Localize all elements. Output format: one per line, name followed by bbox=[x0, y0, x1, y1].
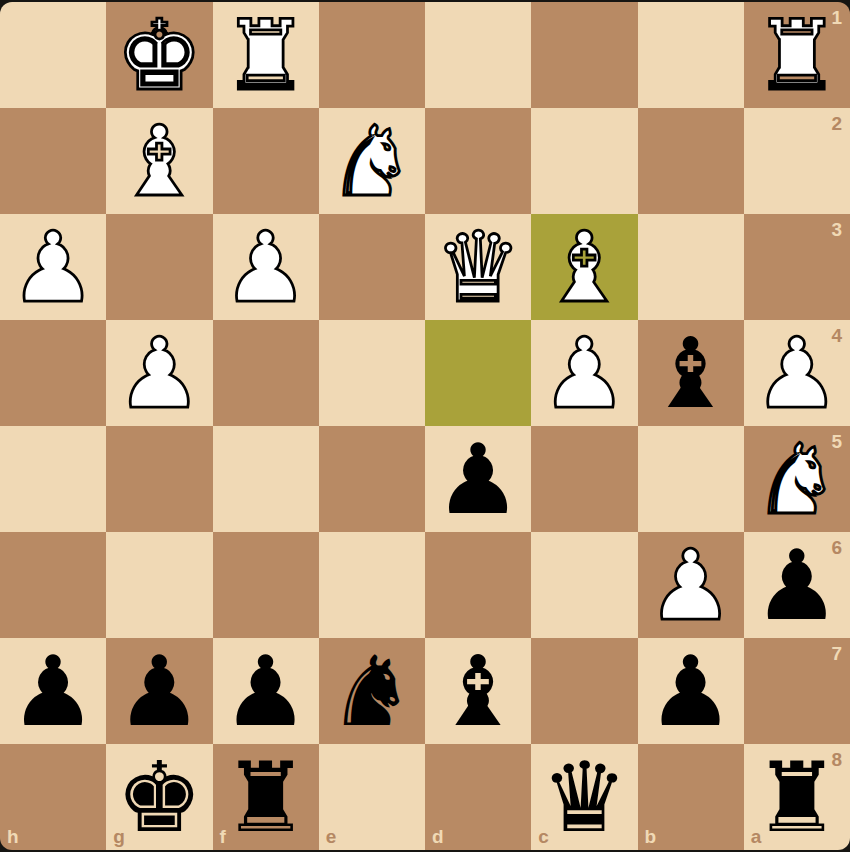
square-h2[interactable] bbox=[0, 108, 106, 214]
square-c5[interactable] bbox=[531, 426, 637, 532]
black-pawn[interactable]: ♟ bbox=[647, 643, 734, 740]
file-label-a: a bbox=[751, 827, 762, 846]
square-g3[interactable] bbox=[106, 214, 212, 320]
square-f1[interactable]: ♜ bbox=[213, 2, 319, 108]
white-king[interactable]: ♚ bbox=[116, 7, 203, 104]
square-a7[interactable]: 7 bbox=[744, 638, 850, 744]
white-knight[interactable]: ♞ bbox=[328, 113, 415, 210]
black-pawn[interactable]: ♟ bbox=[222, 643, 309, 740]
square-h4[interactable] bbox=[0, 320, 106, 426]
square-d6[interactable] bbox=[425, 532, 531, 638]
white-bishop[interactable]: ♝ bbox=[541, 219, 628, 316]
white-bishop[interactable]: ♝ bbox=[116, 113, 203, 210]
chessboard-stage: ♚♜♜1♝♞2♟♟♛♝3♟♟♝♟4♟♞5♟♟6♟♟♟♞♝♟7h♚g♜fed♛cb… bbox=[0, 0, 850, 852]
file-label-e: e bbox=[326, 827, 337, 846]
chess-board: ♚♜♜1♝♞2♟♟♛♝3♟♟♝♟4♟♞5♟♟6♟♟♟♞♝♟7h♚g♜fed♛cb… bbox=[0, 2, 850, 850]
black-knight[interactable]: ♞ bbox=[328, 643, 415, 740]
rank-label-8: 8 bbox=[831, 750, 842, 769]
square-e6[interactable] bbox=[319, 532, 425, 638]
square-f4[interactable] bbox=[213, 320, 319, 426]
square-h1[interactable] bbox=[0, 2, 106, 108]
black-pawn[interactable]: ♟ bbox=[753, 537, 840, 634]
square-h7[interactable]: ♟ bbox=[0, 638, 106, 744]
square-d7[interactable]: ♝ bbox=[425, 638, 531, 744]
square-f8[interactable]: ♜f bbox=[213, 744, 319, 850]
square-c4[interactable]: ♟ bbox=[531, 320, 637, 426]
white-rook[interactable]: ♜ bbox=[753, 7, 840, 104]
rank-label-1: 1 bbox=[831, 8, 842, 27]
square-f3[interactable]: ♟ bbox=[213, 214, 319, 320]
rank-label-5: 5 bbox=[831, 432, 842, 451]
square-b3[interactable] bbox=[638, 214, 744, 320]
square-g7[interactable]: ♟ bbox=[106, 638, 212, 744]
square-b5[interactable] bbox=[638, 426, 744, 532]
black-bishop[interactable]: ♝ bbox=[647, 325, 734, 422]
file-label-c: c bbox=[538, 827, 549, 846]
square-g5[interactable] bbox=[106, 426, 212, 532]
white-pawn[interactable]: ♟ bbox=[116, 325, 203, 422]
square-c2[interactable] bbox=[531, 108, 637, 214]
rank-label-4: 4 bbox=[831, 326, 842, 345]
black-pawn[interactable]: ♟ bbox=[10, 643, 97, 740]
white-rook[interactable]: ♜ bbox=[222, 7, 309, 104]
square-c6[interactable] bbox=[531, 532, 637, 638]
white-pawn[interactable]: ♟ bbox=[753, 325, 840, 422]
file-label-f: f bbox=[220, 827, 226, 846]
rank-label-2: 2 bbox=[831, 114, 842, 133]
square-d4[interactable] bbox=[425, 320, 531, 426]
file-label-h: h bbox=[7, 827, 19, 846]
square-e1[interactable] bbox=[319, 2, 425, 108]
square-e7[interactable]: ♞ bbox=[319, 638, 425, 744]
black-pawn[interactable]: ♟ bbox=[435, 431, 522, 528]
black-queen[interactable]: ♛ bbox=[541, 749, 628, 846]
white-pawn[interactable]: ♟ bbox=[647, 537, 734, 634]
square-e3[interactable] bbox=[319, 214, 425, 320]
square-b6[interactable]: ♟ bbox=[638, 532, 744, 638]
file-label-d: d bbox=[432, 827, 444, 846]
square-g6[interactable] bbox=[106, 532, 212, 638]
square-a3[interactable]: 3 bbox=[744, 214, 850, 320]
square-f5[interactable] bbox=[213, 426, 319, 532]
square-g8[interactable]: ♚g bbox=[106, 744, 212, 850]
square-e2[interactable]: ♞ bbox=[319, 108, 425, 214]
file-label-b: b bbox=[645, 827, 657, 846]
rank-label-3: 3 bbox=[831, 220, 842, 239]
square-a8[interactable]: ♜8a bbox=[744, 744, 850, 850]
white-queen[interactable]: ♛ bbox=[435, 219, 522, 316]
square-h3[interactable]: ♟ bbox=[0, 214, 106, 320]
square-d2[interactable] bbox=[425, 108, 531, 214]
black-rook[interactable]: ♜ bbox=[222, 749, 309, 846]
square-c3[interactable]: ♝ bbox=[531, 214, 637, 320]
square-h5[interactable] bbox=[0, 426, 106, 532]
black-rook[interactable]: ♜ bbox=[753, 749, 840, 846]
white-pawn[interactable]: ♟ bbox=[10, 219, 97, 316]
white-knight[interactable]: ♞ bbox=[753, 431, 840, 528]
square-c1[interactable] bbox=[531, 2, 637, 108]
square-b8[interactable]: b bbox=[638, 744, 744, 850]
square-a6[interactable]: ♟6 bbox=[744, 532, 850, 638]
square-h6[interactable] bbox=[0, 532, 106, 638]
square-c7[interactable] bbox=[531, 638, 637, 744]
square-f7[interactable]: ♟ bbox=[213, 638, 319, 744]
square-b1[interactable] bbox=[638, 2, 744, 108]
square-b4[interactable]: ♝ bbox=[638, 320, 744, 426]
file-label-g: g bbox=[113, 827, 125, 846]
square-a2[interactable]: 2 bbox=[744, 108, 850, 214]
white-pawn[interactable]: ♟ bbox=[222, 219, 309, 316]
square-b7[interactable]: ♟ bbox=[638, 638, 744, 744]
square-d3[interactable]: ♛ bbox=[425, 214, 531, 320]
square-d5[interactable]: ♟ bbox=[425, 426, 531, 532]
square-f2[interactable] bbox=[213, 108, 319, 214]
square-e8[interactable]: e bbox=[319, 744, 425, 850]
square-e4[interactable] bbox=[319, 320, 425, 426]
square-d1[interactable] bbox=[425, 2, 531, 108]
square-a5[interactable]: ♞5 bbox=[744, 426, 850, 532]
square-h8[interactable]: h bbox=[0, 744, 106, 850]
square-g2[interactable]: ♝ bbox=[106, 108, 212, 214]
square-f6[interactable] bbox=[213, 532, 319, 638]
white-pawn[interactable]: ♟ bbox=[541, 325, 628, 422]
square-a1[interactable]: ♜1 bbox=[744, 2, 850, 108]
square-b2[interactable] bbox=[638, 108, 744, 214]
black-bishop[interactable]: ♝ bbox=[435, 643, 522, 740]
square-g4[interactable]: ♟ bbox=[106, 320, 212, 426]
rank-label-7: 7 bbox=[831, 644, 842, 663]
black-pawn[interactable]: ♟ bbox=[116, 643, 203, 740]
square-a4[interactable]: ♟4 bbox=[744, 320, 850, 426]
black-king[interactable]: ♚ bbox=[116, 749, 203, 846]
square-c8[interactable]: ♛c bbox=[531, 744, 637, 850]
square-d8[interactable]: d bbox=[425, 744, 531, 850]
square-e5[interactable] bbox=[319, 426, 425, 532]
rank-label-6: 6 bbox=[831, 538, 842, 557]
square-g1[interactable]: ♚ bbox=[106, 2, 212, 108]
